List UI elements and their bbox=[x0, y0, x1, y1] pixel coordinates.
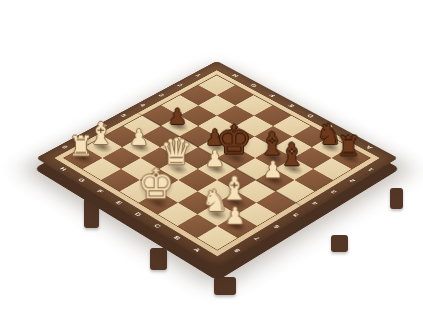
pawn-glyph: ♟ bbox=[129, 127, 149, 149]
pawn-glyph: ♟ bbox=[168, 106, 187, 128]
pawn-glyph: ♟ bbox=[205, 148, 225, 170]
chess-board: HH11GG22FF33EE44DD55CC66BB77AA88 ♜♝♟♚♛♞♝… bbox=[36, 61, 398, 268]
chess-set-photo: HH11GG22FF33EE44DD55CC66BB77AA88 ♜♝♟♚♛♞♝… bbox=[0, 0, 423, 318]
pawn-glyph: ♟ bbox=[225, 204, 246, 227]
king-glyph: ♚ bbox=[138, 163, 175, 204]
rook-glyph: ♜ bbox=[337, 132, 361, 159]
rook-glyph: ♜ bbox=[69, 132, 93, 159]
scene: HH11GG22FF33EE44DD55CC66BB77AA88 ♜♝♟♚♛♞♝… bbox=[0, 0, 423, 318]
pawn-glyph: ♟ bbox=[263, 159, 283, 181]
